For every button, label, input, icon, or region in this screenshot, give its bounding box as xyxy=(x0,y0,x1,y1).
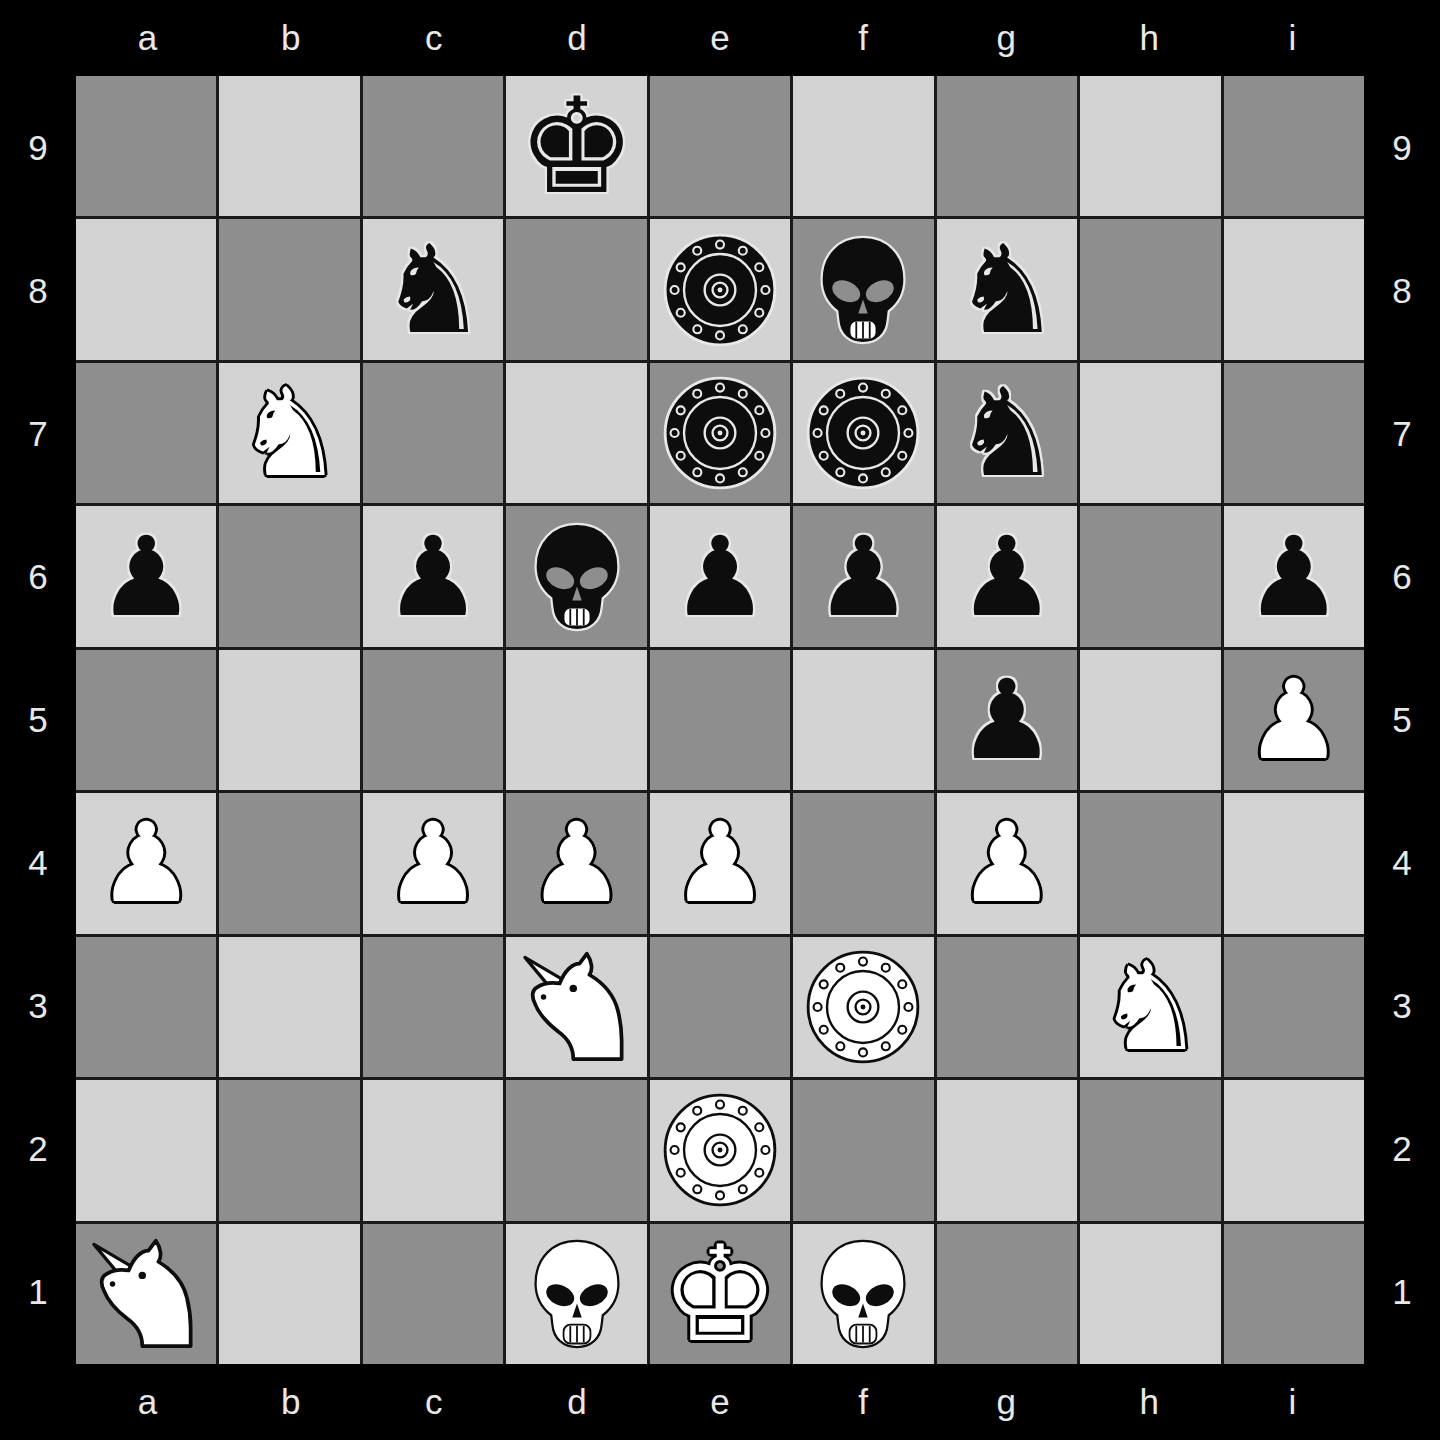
square-e2[interactable] xyxy=(650,1080,790,1220)
piece-white-pawn[interactable]: ♟ xyxy=(958,808,1057,918)
file-labels-bottom: abcdefghi xyxy=(76,1364,1364,1440)
square-c2[interactable] xyxy=(363,1080,503,1220)
square-i6[interactable]: ♟ xyxy=(1224,506,1364,646)
square-e8[interactable] xyxy=(650,219,790,359)
square-c8[interactable]: ♞ xyxy=(363,219,503,359)
square-f4[interactable] xyxy=(793,793,933,933)
square-f5[interactable] xyxy=(793,650,933,790)
square-i4[interactable] xyxy=(1224,793,1364,933)
square-e1[interactable]: ♚ xyxy=(650,1224,790,1364)
square-b8[interactable] xyxy=(219,219,359,359)
square-c5[interactable] xyxy=(363,650,503,790)
piece-black-pawn[interactable]: ♟ xyxy=(814,522,913,632)
piece-white-pawn[interactable]: ♟ xyxy=(97,808,196,918)
piece-white-wheel[interactable] xyxy=(661,1091,779,1209)
square-b3[interactable] xyxy=(219,937,359,1077)
rank-label-right-6: 6 xyxy=(1364,505,1440,648)
piece-white-knight2[interactable]: ♞ xyxy=(235,372,344,494)
piece-black-king[interactable]: ♚ xyxy=(517,80,635,212)
square-a3[interactable] xyxy=(76,937,216,1077)
square-b6[interactable] xyxy=(219,506,359,646)
piece-white-unicorn[interactable] xyxy=(515,945,639,1069)
file-label-top-d: d xyxy=(505,0,648,76)
file-label-top-e: e xyxy=(648,0,791,76)
rank-label-left-5: 5 xyxy=(0,648,76,791)
square-h5[interactable] xyxy=(1080,650,1220,790)
square-b9[interactable] xyxy=(219,76,359,216)
square-h2[interactable] xyxy=(1080,1080,1220,1220)
piece-black-wheel[interactable] xyxy=(661,231,779,349)
square-e9[interactable] xyxy=(650,76,790,216)
rank-label-right-8: 8 xyxy=(1364,219,1440,362)
square-h9[interactable] xyxy=(1080,76,1220,216)
rank-label-right-7: 7 xyxy=(1364,362,1440,505)
rank-label-right-2: 2 xyxy=(1364,1078,1440,1221)
square-i8[interactable] xyxy=(1224,219,1364,359)
square-a9[interactable] xyxy=(76,76,216,216)
square-g4[interactable]: ♟ xyxy=(937,793,1077,933)
piece-black-knight[interactable]: ♞ xyxy=(952,229,1061,351)
square-f3[interactable] xyxy=(793,937,933,1077)
square-i9[interactable] xyxy=(1224,76,1364,216)
piece-white-skull[interactable] xyxy=(807,1235,919,1353)
square-d6[interactable] xyxy=(506,506,646,646)
rank-label-right-5: 5 xyxy=(1364,648,1440,791)
square-h8[interactable] xyxy=(1080,219,1220,359)
piece-black-knight2[interactable]: ♞ xyxy=(952,372,1061,494)
rank-label-left-7: 7 xyxy=(0,362,76,505)
square-f8[interactable] xyxy=(793,219,933,359)
square-d2[interactable] xyxy=(506,1080,646,1220)
square-d4[interactable]: ♟ xyxy=(506,793,646,933)
square-i3[interactable] xyxy=(1224,937,1364,1077)
file-label-bottom-d: d xyxy=(505,1364,648,1440)
square-g2[interactable] xyxy=(937,1080,1077,1220)
file-label-bottom-i: i xyxy=(1221,1364,1364,1440)
rank-labels-right: 987654321 xyxy=(1364,76,1440,1364)
square-c6[interactable]: ♟ xyxy=(363,506,503,646)
square-h7[interactable] xyxy=(1080,363,1220,503)
square-d5[interactable] xyxy=(506,650,646,790)
square-a7[interactable] xyxy=(76,363,216,503)
rank-label-left-1: 1 xyxy=(0,1221,76,1364)
square-i5[interactable]: ♟ xyxy=(1224,650,1364,790)
rank-label-left-3: 3 xyxy=(0,935,76,1078)
board-diagram: abcdefghi abcdefghi 987654321 987654321 … xyxy=(0,0,1440,1440)
file-labels-top: abcdefghi xyxy=(76,0,1364,76)
square-g9[interactable] xyxy=(937,76,1077,216)
file-label-top-a: a xyxy=(76,0,219,76)
piece-white-pawn[interactable]: ♟ xyxy=(384,808,483,918)
square-d7[interactable] xyxy=(506,363,646,503)
file-label-top-i: i xyxy=(1221,0,1364,76)
rank-label-right-9: 9 xyxy=(1364,76,1440,219)
square-i1[interactable] xyxy=(1224,1224,1364,1364)
file-label-top-h: h xyxy=(1078,0,1221,76)
square-f2[interactable] xyxy=(793,1080,933,1220)
file-label-top-b: b xyxy=(219,0,362,76)
file-label-top-g: g xyxy=(935,0,1078,76)
file-label-bottom-c: c xyxy=(362,1364,505,1440)
piece-white-knight[interactable]: ♞ xyxy=(1096,946,1205,1068)
file-label-bottom-f: f xyxy=(792,1364,935,1440)
piece-black-knight[interactable]: ♞ xyxy=(378,229,487,351)
square-f6[interactable]: ♟ xyxy=(793,506,933,646)
piece-black-skull[interactable] xyxy=(807,231,919,349)
file-label-bottom-e: e xyxy=(648,1364,791,1440)
piece-black-wheel[interactable] xyxy=(804,374,922,492)
piece-white-skull[interactable] xyxy=(521,1235,633,1353)
square-a2[interactable] xyxy=(76,1080,216,1220)
square-a1[interactable] xyxy=(76,1224,216,1364)
square-g5[interactable]: ♟ xyxy=(937,650,1077,790)
square-h1[interactable] xyxy=(1080,1224,1220,1364)
file-label-bottom-g: g xyxy=(935,1364,1078,1440)
rank-label-right-1: 1 xyxy=(1364,1221,1440,1364)
piece-black-pawn[interactable]: ♟ xyxy=(958,522,1057,632)
piece-white-unicorn[interactable] xyxy=(84,1232,208,1356)
square-e4[interactable]: ♟ xyxy=(650,793,790,933)
square-h6[interactable] xyxy=(1080,506,1220,646)
square-f7[interactable] xyxy=(793,363,933,503)
square-e3[interactable] xyxy=(650,937,790,1077)
square-f9[interactable] xyxy=(793,76,933,216)
square-f1[interactable] xyxy=(793,1224,933,1364)
square-c9[interactable] xyxy=(363,76,503,216)
square-g6[interactable]: ♟ xyxy=(937,506,1077,646)
square-e6[interactable]: ♟ xyxy=(650,506,790,646)
square-d9[interactable]: ♚ xyxy=(506,76,646,216)
square-b2[interactable] xyxy=(219,1080,359,1220)
file-label-bottom-b: b xyxy=(219,1364,362,1440)
square-a5[interactable] xyxy=(76,650,216,790)
piece-white-pawn[interactable]: ♟ xyxy=(671,808,770,918)
rank-label-left-4: 4 xyxy=(0,792,76,935)
file-label-bottom-a: a xyxy=(76,1364,219,1440)
piece-black-pawn[interactable]: ♟ xyxy=(958,665,1057,775)
square-d8[interactable] xyxy=(506,219,646,359)
piece-white-king[interactable]: ♚ xyxy=(661,1228,779,1360)
chess-board: ♚♞ ♞♞ ♞♟♟ ♟♟♟♟♟♟♟♟ xyxy=(76,76,1364,1364)
rank-label-right-4: 4 xyxy=(1364,792,1440,935)
square-a6[interactable]: ♟ xyxy=(76,506,216,646)
square-e7[interactable] xyxy=(650,363,790,503)
piece-black-pawn[interactable]: ♟ xyxy=(97,522,196,632)
square-c3[interactable] xyxy=(363,937,503,1077)
square-b1[interactable] xyxy=(219,1224,359,1364)
square-d3[interactable] xyxy=(506,937,646,1077)
square-g8[interactable]: ♞ xyxy=(937,219,1077,359)
square-b4[interactable] xyxy=(219,793,359,933)
piece-black-pawn[interactable]: ♟ xyxy=(671,522,770,632)
rank-label-left-6: 6 xyxy=(0,505,76,648)
square-h4[interactable] xyxy=(1080,793,1220,933)
square-a8[interactable] xyxy=(76,219,216,359)
rank-labels-left: 987654321 xyxy=(0,76,76,1364)
rank-label-left-2: 2 xyxy=(0,1078,76,1221)
piece-black-pawn[interactable]: ♟ xyxy=(384,522,483,632)
rank-label-right-3: 3 xyxy=(1364,935,1440,1078)
square-c7[interactable] xyxy=(363,363,503,503)
square-e5[interactable] xyxy=(650,650,790,790)
square-b7[interactable]: ♞ xyxy=(219,363,359,503)
rank-label-left-9: 9 xyxy=(0,76,76,219)
piece-black-wheel[interactable] xyxy=(661,374,779,492)
square-g7[interactable]: ♞ xyxy=(937,363,1077,503)
square-h3[interactable]: ♞ xyxy=(1080,937,1220,1077)
square-i7[interactable] xyxy=(1224,363,1364,503)
square-g1[interactable] xyxy=(937,1224,1077,1364)
square-b5[interactable] xyxy=(219,650,359,790)
file-label-top-c: c xyxy=(362,0,505,76)
piece-black-pawn[interactable]: ♟ xyxy=(1244,522,1343,632)
piece-white-wheel[interactable] xyxy=(804,948,922,1066)
square-c4[interactable]: ♟ xyxy=(363,793,503,933)
square-g3[interactable] xyxy=(937,937,1077,1077)
file-label-top-f: f xyxy=(792,0,935,76)
piece-black-skull[interactable] xyxy=(521,518,633,636)
rank-label-left-8: 8 xyxy=(0,219,76,362)
square-a4[interactable]: ♟ xyxy=(76,793,216,933)
square-i2[interactable] xyxy=(1224,1080,1364,1220)
square-c1[interactable] xyxy=(363,1224,503,1364)
file-label-bottom-h: h xyxy=(1078,1364,1221,1440)
piece-white-pawn[interactable]: ♟ xyxy=(527,808,626,918)
piece-white-pawn[interactable]: ♟ xyxy=(1244,665,1343,775)
square-d1[interactable] xyxy=(506,1224,646,1364)
